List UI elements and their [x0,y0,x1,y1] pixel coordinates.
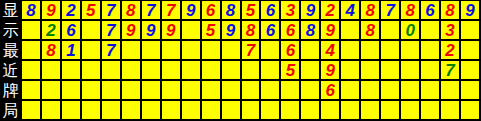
hand-point-digit: 4 [326,42,335,59]
grid-cell [341,101,359,119]
grid-cell: 8 [222,1,240,19]
hand-point-digit: 2 [326,2,335,19]
hand-point-digit: 7 [385,2,394,19]
title-character: 示 [3,21,19,40]
hand-point-digit: 9 [126,22,135,39]
grid-cell: 9 [301,1,319,19]
grid-cell [401,61,419,79]
grid-cell: 8 [441,1,459,19]
hand-point-digit: 2 [445,42,454,59]
grid-cell [122,81,140,99]
grid-cell: 6 [62,21,80,39]
grid-cell [42,81,60,99]
grid-cell: 2 [42,21,60,39]
grid-cell: 5 [82,1,100,19]
grid-cell [341,81,359,99]
grid-cell [281,101,299,119]
grid-cell [42,61,60,79]
grid-cell: 6 [281,21,299,39]
title-character: 近 [3,61,19,80]
grid-cell: 9 [461,1,479,19]
grid-cell: 7 [162,1,180,19]
grid-cell [301,61,319,79]
grid-cell [381,101,399,119]
hand-point-digit: 5 [246,2,255,19]
grid-cell: 8 [401,1,419,19]
grid-cell: 7 [142,1,160,19]
grid-cell: 5 [202,21,220,39]
grid-cell: 3 [441,21,459,39]
grid-cell [421,101,439,119]
hand-point-digit: 7 [166,2,175,19]
recent-hands-board: 显示最近牌局 892578779685639248786892679995986… [0,0,481,121]
grid-cell [321,101,339,119]
hand-point-digit: 6 [266,22,275,39]
grid-cell [42,101,60,119]
grid-cell [62,101,80,119]
grid-cell: 7 [381,1,399,19]
grid-cell: 8 [22,1,40,19]
grid-cell: 9 [182,1,200,19]
grid-cell: 7 [102,21,120,39]
grid-cell: 8 [361,1,379,19]
hand-point-digit: 8 [46,42,55,59]
hand-point-digit: 7 [246,42,255,59]
grid-cell [182,101,200,119]
grid-cell: 9 [42,1,60,19]
grid-cell: 2 [321,1,339,19]
grid-cell [421,21,439,39]
grid-cell: 9 [162,21,180,39]
grid-cell: 9 [222,21,240,39]
hand-point-digit: 1 [66,42,75,59]
hand-point-digit: 8 [365,2,374,19]
grid-cell: 7 [102,41,120,59]
grid-cell [202,101,220,119]
grid-cell: 6 [321,81,339,99]
grid-cell: 9 [321,21,339,39]
grid-cell [22,41,40,59]
title-character: 显 [3,1,19,20]
grid-cell: 4 [321,41,339,59]
grid-cell [182,21,200,39]
grid-cell [301,101,319,119]
grid-cell [62,81,80,99]
hand-point-digit: 6 [206,2,215,19]
grid-cell [162,101,180,119]
hand-point-digit: 8 [126,2,135,19]
grid-cell: 7 [242,41,260,59]
hands-grid: 8925787796856392487868926799959866898038… [21,0,481,121]
grid-cell [421,61,439,79]
grid-cell: 6 [202,1,220,19]
grid-cell [102,61,120,79]
grid-cell: 8 [122,1,140,19]
hand-point-digit: 0 [405,22,414,39]
grid-cell [182,61,200,79]
grid-cell [142,101,160,119]
grid-cell [461,61,479,79]
grid-cell: 6 [421,1,439,19]
grid-cell [381,41,399,59]
hand-point-digit: 5 [86,2,95,19]
grid-cell [441,81,459,99]
grid-cell: 7 [441,61,459,79]
grid-cell [22,81,40,99]
grid-cell: 9 [142,21,160,39]
hand-point-digit: 6 [286,22,295,39]
grid-cell [22,61,40,79]
hand-point-digit: 8 [246,22,255,39]
hand-point-digit: 6 [266,2,275,19]
hand-point-digit: 8 [306,22,315,39]
grid-cell [122,101,140,119]
grid-cell [341,21,359,39]
hand-point-digit: 7 [445,62,454,79]
grid-cell: 8 [242,21,260,39]
grid-cell [202,61,220,79]
grid-cell [401,81,419,99]
grid-cell [82,21,100,39]
grid-cell: 5 [242,1,260,19]
grid-cell [381,61,399,79]
grid-cell [82,101,100,119]
hand-point-digit: 9 [326,62,335,79]
grid-cell [341,41,359,59]
hand-point-digit: 9 [166,22,175,39]
grid-cell [122,41,140,59]
grid-cell [381,81,399,99]
grid-cell [261,81,279,99]
hand-point-digit: 6 [326,82,335,99]
grid-cell [222,81,240,99]
grid-cell [222,61,240,79]
grid-cell [361,81,379,99]
grid-cell [202,41,220,59]
grid-cell [82,81,100,99]
grid-cell [242,81,260,99]
hand-point-digit: 2 [66,2,75,19]
grid-cell [102,101,120,119]
grid-cell: 6 [261,1,279,19]
grid-cell [222,41,240,59]
grid-cell [142,61,160,79]
hand-point-digit: 7 [106,22,115,39]
grid-cell [162,61,180,79]
grid-cell [222,101,240,119]
grid-cell: 2 [62,1,80,19]
hand-point-digit: 7 [106,2,115,19]
grid-cell [22,101,40,119]
grid-cell [182,41,200,59]
grid-cell [162,41,180,59]
grid-cell [102,81,120,99]
grid-cell: 8 [301,21,319,39]
hand-point-digit: 8 [445,2,454,19]
hand-point-digit: 9 [226,22,235,39]
hand-point-digit: 9 [306,2,315,19]
title-character: 牌 [3,81,19,100]
grid-cell [441,101,459,119]
hand-point-digit: 8 [226,2,235,19]
hand-point-digit: 8 [365,22,374,39]
hand-point-digit: 7 [106,42,115,59]
grid-cell [401,101,419,119]
grid-cell [301,81,319,99]
hand-point-digit: 9 [465,2,474,19]
hand-point-digit: 9 [186,2,195,19]
hand-point-digit: 5 [286,62,295,79]
grid-cell [361,41,379,59]
hand-point-digit: 7 [146,2,155,19]
grid-cell [261,41,279,59]
grid-cell: 9 [122,21,140,39]
grid-cell [401,41,419,59]
hand-point-digit: 6 [425,2,434,19]
grid-cell [461,41,479,59]
grid-cell [361,61,379,79]
hand-point-digit: 9 [46,2,55,19]
board-title-vertical: 显示最近牌局 [0,0,21,121]
grid-cell [381,21,399,39]
grid-cell [461,21,479,39]
grid-cell: 4 [341,1,359,19]
grid-cell [461,81,479,99]
hand-point-digit: 6 [66,22,75,39]
grid-cell [122,61,140,79]
grid-cell [421,41,439,59]
hand-point-digit: 8 [26,2,35,19]
grid-cell [162,81,180,99]
grid-cell [142,41,160,59]
grid-cell: 6 [261,21,279,39]
grid-cell: 0 [401,21,419,39]
grid-cell [22,21,40,39]
grid-cell [261,61,279,79]
grid-cell: 1 [62,41,80,59]
grid-cell [82,61,100,79]
grid-cell [361,101,379,119]
grid-cell [202,81,220,99]
hand-point-digit: 3 [445,22,454,39]
grid-cell: 7 [102,1,120,19]
grid-cell [421,81,439,99]
grid-cell [82,41,100,59]
title-character: 局 [3,101,19,120]
grid-cell: 9 [321,61,339,79]
grid-cell [461,101,479,119]
hand-point-digit: 6 [286,42,295,59]
grid-cell [281,81,299,99]
grid-cell [242,61,260,79]
hand-point-digit: 4 [346,2,355,19]
grid-cell: 8 [361,21,379,39]
grid-cell [301,41,319,59]
grid-cell: 5 [281,61,299,79]
grid-cell: 3 [281,1,299,19]
grid-cell [62,61,80,79]
grid-cell: 2 [441,41,459,59]
grid-cell [142,81,160,99]
hand-point-digit: 5 [206,22,215,39]
grid-cell: 8 [42,41,60,59]
grid-cell: 6 [281,41,299,59]
title-character: 最 [3,41,19,60]
hand-point-digit: 3 [286,2,295,19]
grid-cell [341,61,359,79]
grid-cell [242,101,260,119]
hand-point-digit: 9 [326,22,335,39]
grid-cell [261,101,279,119]
hand-point-digit: 9 [146,22,155,39]
grid-cell [182,81,200,99]
hand-point-digit: 8 [405,2,414,19]
hand-point-digit: 2 [46,22,55,39]
